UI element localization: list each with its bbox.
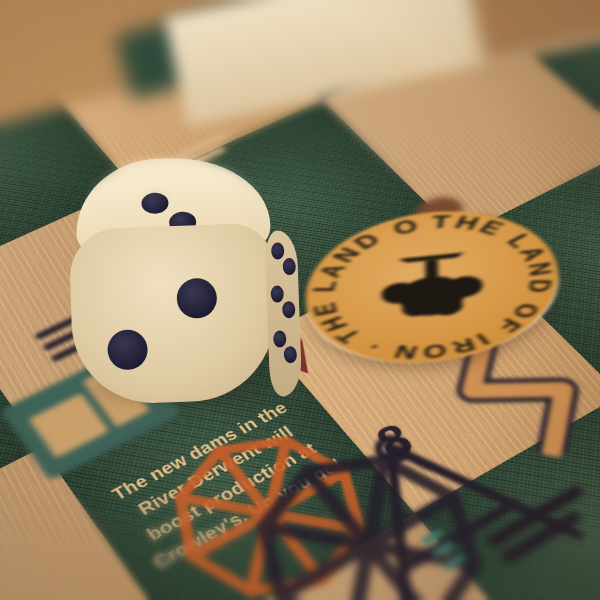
die-front-face-2 xyxy=(68,223,278,406)
die-pip xyxy=(271,285,285,302)
board-game-photo: The new dams in the River Derwent will b… xyxy=(0,0,600,600)
die-pip xyxy=(282,258,296,275)
die-pip xyxy=(141,192,169,214)
wooden-die[interactable] xyxy=(64,146,293,404)
oak-tree-icon xyxy=(381,251,483,322)
die-pip xyxy=(273,330,287,347)
die-pip xyxy=(176,277,217,318)
die-side-face-6 xyxy=(265,230,303,397)
token-ring-art: THE LAND OF IRON · THE LAND OF IRON · xyxy=(304,200,559,374)
die-pip xyxy=(282,301,296,318)
token-face: THE LAND OF IRON · THE LAND OF IRON · xyxy=(296,196,568,378)
die-pip xyxy=(283,346,297,363)
die-pip xyxy=(271,242,285,259)
land-of-iron-token[interactable]: THE LAND OF IRON · THE LAND OF IRON · xyxy=(296,196,568,378)
die-pip xyxy=(107,329,148,370)
